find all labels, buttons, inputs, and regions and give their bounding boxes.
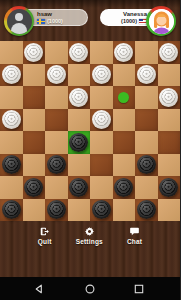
black-piece[interactable] <box>47 200 66 219</box>
white-piece[interactable] <box>24 43 43 62</box>
board-square[interactable] <box>23 131 46 154</box>
black-piece[interactable] <box>137 155 156 174</box>
player-right-rating: (1000) <box>121 18 137 25</box>
board-square[interactable] <box>90 176 113 199</box>
board-square[interactable] <box>68 41 91 64</box>
board-square[interactable] <box>158 154 181 177</box>
player-left-rating: (1000) <box>47 18 63 25</box>
black-piece[interactable] <box>159 178 178 197</box>
board-square[interactable] <box>23 176 46 199</box>
black-piece[interactable] <box>92 200 111 219</box>
player-right-name: Vanessa <box>123 11 147 18</box>
board-square[interactable] <box>90 86 113 109</box>
action-bar: Quit Settings Chat <box>0 227 180 245</box>
board-square[interactable] <box>90 109 113 132</box>
white-piece[interactable] <box>2 65 21 84</box>
board-square[interactable] <box>158 64 181 87</box>
black-piece[interactable] <box>69 178 88 197</box>
board-square[interactable] <box>45 199 68 222</box>
board-square[interactable] <box>90 199 113 222</box>
board-square[interactable] <box>0 176 23 199</box>
settings-label: Settings <box>76 238 103 245</box>
board-square[interactable] <box>90 154 113 177</box>
board-square[interactable] <box>0 131 23 154</box>
checkers-board <box>0 41 180 221</box>
board-square[interactable] <box>113 199 136 222</box>
recents-icon[interactable] <box>134 280 144 298</box>
board-square[interactable] <box>23 154 46 177</box>
board-square[interactable] <box>68 86 91 109</box>
board-square[interactable] <box>0 109 23 132</box>
white-piece[interactable] <box>159 88 178 107</box>
board-square[interactable] <box>0 154 23 177</box>
board-square[interactable] <box>158 199 181 222</box>
board-square[interactable] <box>90 64 113 87</box>
checkers-game-screen: hsaw (1000) Vanessa (1000) <box>0 0 180 300</box>
chat-button[interactable]: Chat <box>127 227 142 245</box>
board-square[interactable] <box>23 64 46 87</box>
board-square[interactable] <box>45 176 68 199</box>
board-square[interactable] <box>113 131 136 154</box>
board-square[interactable] <box>45 154 68 177</box>
board-square[interactable] <box>45 41 68 64</box>
board-square[interactable] <box>135 176 158 199</box>
black-piece[interactable] <box>47 155 66 174</box>
black-piece[interactable] <box>2 155 21 174</box>
white-piece[interactable] <box>92 65 111 84</box>
board-square[interactable] <box>113 64 136 87</box>
board-square[interactable] <box>45 86 68 109</box>
board-square[interactable] <box>158 86 181 109</box>
android-nav-bar <box>0 277 180 300</box>
black-piece[interactable] <box>24 178 43 197</box>
board-square[interactable] <box>90 131 113 154</box>
board-square[interactable] <box>45 131 68 154</box>
board-square[interactable] <box>113 41 136 64</box>
board-square[interactable] <box>23 86 46 109</box>
white-piece[interactable] <box>2 110 21 129</box>
white-piece[interactable] <box>92 110 111 129</box>
board-square-selected[interactable] <box>68 131 91 154</box>
white-piece[interactable] <box>114 43 133 62</box>
player-left-avatar <box>4 6 34 36</box>
player-left-name: hsaw <box>37 11 52 18</box>
board-square[interactable] <box>68 154 91 177</box>
white-piece[interactable] <box>69 88 88 107</box>
quit-label: Quit <box>38 238 52 245</box>
white-piece[interactable] <box>159 43 178 62</box>
board-square[interactable] <box>113 154 136 177</box>
board-square[interactable] <box>68 199 91 222</box>
quit-button[interactable]: Quit <box>38 227 52 245</box>
sweden-flag-icon <box>37 19 45 24</box>
board-square[interactable] <box>135 41 158 64</box>
chat-label: Chat <box>127 238 142 245</box>
person-silhouette-icon <box>7 9 32 34</box>
board-square[interactable] <box>135 109 158 132</box>
board-square[interactable] <box>135 199 158 222</box>
board-square[interactable] <box>158 131 181 154</box>
board-square[interactable] <box>158 176 181 199</box>
board-square[interactable] <box>135 131 158 154</box>
board-square[interactable] <box>0 64 23 87</box>
board-square[interactable] <box>0 41 23 64</box>
black-piece[interactable] <box>2 200 21 219</box>
board-square[interactable] <box>23 41 46 64</box>
board-square[interactable] <box>68 64 91 87</box>
girl-avatar-icon <box>149 9 174 34</box>
settings-gear-icon <box>85 227 94 236</box>
board-square[interactable] <box>135 154 158 177</box>
board-square[interactable] <box>135 64 158 87</box>
board-square[interactable] <box>158 109 181 132</box>
player-right-avatar <box>146 6 176 36</box>
board-square[interactable] <box>68 109 91 132</box>
board-square[interactable] <box>23 109 46 132</box>
white-piece[interactable] <box>137 65 156 84</box>
board-square[interactable] <box>0 199 23 222</box>
white-piece[interactable] <box>47 65 66 84</box>
board-square[interactable] <box>113 109 136 132</box>
chat-bubble-icon <box>130 227 139 236</box>
board-square[interactable] <box>90 41 113 64</box>
quit-logout-icon <box>40 227 49 236</box>
move-target-dot[interactable] <box>118 92 129 103</box>
board-square[interactable] <box>135 86 158 109</box>
board-square[interactable] <box>158 41 181 64</box>
board-square[interactable] <box>113 176 136 199</box>
settings-button[interactable]: Settings <box>76 227 103 245</box>
board-square[interactable] <box>113 86 136 109</box>
black-piece[interactable] <box>137 200 156 219</box>
board-square[interactable] <box>45 64 68 87</box>
black-piece[interactable] <box>114 178 133 197</box>
board-square[interactable] <box>68 176 91 199</box>
white-piece[interactable] <box>69 43 88 62</box>
home-icon[interactable] <box>85 280 95 298</box>
board-square[interactable] <box>23 199 46 222</box>
back-icon[interactable] <box>34 280 44 298</box>
board-square[interactable] <box>0 86 23 109</box>
black-piece[interactable] <box>69 133 88 152</box>
board-square[interactable] <box>45 109 68 132</box>
